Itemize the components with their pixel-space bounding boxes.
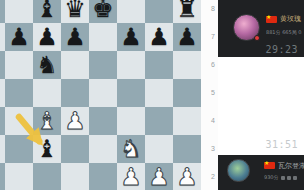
- square-g4[interactable]: [145, 107, 173, 135]
- square-f2[interactable]: ♟: [117, 163, 145, 190]
- rank-label-8: 8: [211, 4, 215, 14]
- piece-black-rook-h8[interactable]: ♜: [173, 0, 201, 23]
- rank-label-5: 5: [211, 88, 215, 98]
- square-b2[interactable]: [5, 163, 33, 190]
- square-d8[interactable]: ♛: [61, 0, 89, 23]
- square-g2[interactable]: ♟: [145, 163, 173, 190]
- china-flag-icon: ★: [264, 162, 275, 169]
- square-d7[interactable]: ♟: [61, 23, 89, 51]
- rank-label-6: 6: [211, 60, 215, 70]
- square-d2[interactable]: [61, 163, 89, 190]
- piece-black-bishop-c3[interactable]: ♝: [33, 135, 61, 163]
- piece-black-pawn-f7[interactable]: ♟: [117, 23, 145, 51]
- achievement-icon: [287, 176, 291, 180]
- square-e4[interactable]: [89, 107, 117, 135]
- square-h7[interactable]: ♟: [173, 23, 201, 51]
- piece-white-bishop-c4[interactable]: ♝: [33, 107, 61, 135]
- player-stats: 930分: [264, 174, 302, 180]
- flag-star: ★: [264, 160, 269, 167]
- piece-black-pawn-g7[interactable]: ♟: [145, 23, 173, 51]
- square-f6[interactable]: [117, 51, 145, 79]
- piece-black-pawn-h7[interactable]: ♟: [173, 23, 201, 51]
- piece-white-pawn-h2[interactable]: ♟: [173, 163, 201, 190]
- square-c7[interactable]: ♟: [33, 23, 61, 51]
- opponent-clock: 29:23: [265, 44, 298, 55]
- square-f3[interactable]: ♞: [117, 135, 145, 163]
- square-b4[interactable]: [5, 107, 33, 135]
- square-c2[interactable]: [33, 163, 61, 190]
- square-h6[interactable]: [173, 51, 201, 79]
- square-h8[interactable]: ♜: [173, 0, 201, 23]
- piece-white-pawn-g2[interactable]: ♟: [145, 163, 173, 190]
- square-e5[interactable]: [89, 79, 117, 107]
- square-c3[interactable]: ♝: [33, 135, 61, 163]
- player-avatar[interactable]: [227, 159, 250, 182]
- square-g8[interactable]: [145, 0, 173, 23]
- rank-label-2: 2: [211, 172, 215, 182]
- china-flag-icon: ★: [266, 16, 277, 23]
- square-b5[interactable]: [5, 79, 33, 107]
- square-b7[interactable]: ♟: [5, 23, 33, 51]
- square-d5[interactable]: [61, 79, 89, 107]
- rank-label-3: 3: [211, 144, 215, 154]
- square-d4[interactable]: ♟: [61, 107, 89, 135]
- square-d6[interactable]: [61, 51, 89, 79]
- square-c6[interactable]: ♞: [33, 51, 61, 79]
- rank-label-4: 4: [211, 116, 215, 126]
- player-clock: 31:51: [265, 139, 298, 150]
- piece-white-pawn-f2[interactable]: ♟: [117, 163, 145, 190]
- square-h2[interactable]: ♟: [173, 163, 201, 190]
- square-c5[interactable]: [33, 79, 61, 107]
- opponent-name: 黄玫瑰: [280, 15, 301, 23]
- square-h3[interactable]: [173, 135, 201, 163]
- player-panel: ★ 瓦尔登湖 930分: [218, 155, 304, 190]
- piece-white-pawn-d4[interactable]: ♟: [61, 107, 89, 135]
- piece-black-pawn-d7[interactable]: ♟: [61, 23, 89, 51]
- square-f5[interactable]: [117, 79, 145, 107]
- square-g5[interactable]: [145, 79, 173, 107]
- flag-star: ★: [266, 14, 271, 21]
- square-g6[interactable]: [145, 51, 173, 79]
- piece-black-bishop-c8[interactable]: ♝: [33, 0, 61, 23]
- square-e3[interactable]: [89, 135, 117, 163]
- player-name: 瓦尔登湖: [278, 162, 304, 170]
- piece-white-knight-f3[interactable]: ♞: [117, 135, 145, 163]
- rank-label-7: 7: [211, 32, 215, 42]
- square-h5[interactable]: [173, 79, 201, 107]
- square-b8[interactable]: [5, 0, 33, 23]
- square-e8[interactable]: ♚: [89, 0, 117, 23]
- piece-black-king-e8[interactable]: ♚: [89, 0, 117, 23]
- square-f8[interactable]: [117, 0, 145, 23]
- sidebar: ★ 黄玫瑰 881分 665局 0.3% 29:23 31:51 ★ 瓦尔登湖 …: [218, 0, 304, 190]
- chess-board-viewport: ♝♛♚♜♟♟♟♟♟♟♞♝♟♝♞♟♟♟: [0, 0, 201, 190]
- square-b3[interactable]: [5, 135, 33, 163]
- rank-coordinate-gutter: 8765432: [201, 0, 218, 190]
- chess-board[interactable]: ♝♛♚♜♟♟♟♟♟♟♞♝♟♝♞♟♟♟: [0, 0, 201, 190]
- square-e6[interactable]: [89, 51, 117, 79]
- square-f4[interactable]: [117, 107, 145, 135]
- square-b6[interactable]: [5, 51, 33, 79]
- piece-black-knight-c6[interactable]: ♞: [33, 51, 61, 79]
- square-d3[interactable]: [61, 135, 89, 163]
- square-g3[interactable]: [145, 135, 173, 163]
- opponent-panel: ★ 黄玫瑰 881分 665局 0.3% 29:23: [218, 0, 304, 57]
- piece-black-queen-d8[interactable]: ♛: [61, 0, 89, 23]
- achievement-icon: [293, 176, 297, 180]
- square-h4[interactable]: [173, 107, 201, 135]
- move-list-panel: 31:51: [218, 57, 304, 155]
- square-e2[interactable]: [89, 163, 117, 190]
- square-c8[interactable]: ♝: [33, 0, 61, 23]
- square-c4[interactable]: ♝: [33, 107, 61, 135]
- piece-black-pawn-b7[interactable]: ♟: [5, 23, 33, 51]
- achievement-icon: [281, 176, 285, 180]
- square-e7[interactable]: [89, 23, 117, 51]
- opponent-status-dot: [254, 35, 260, 41]
- square-g7[interactable]: ♟: [145, 23, 173, 51]
- square-f7[interactable]: ♟: [117, 23, 145, 51]
- piece-black-pawn-c7[interactable]: ♟: [33, 23, 61, 51]
- opponent-stats: 881分 665局 0.3%: [266, 29, 302, 35]
